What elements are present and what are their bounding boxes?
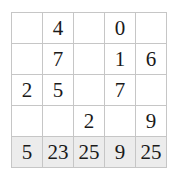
empty-fill-cell[interactable] — [43, 106, 74, 137]
column-total-cell: 25 — [136, 137, 167, 168]
given-number-cell: 0 — [105, 13, 136, 44]
column-total-cell: 9 — [105, 137, 136, 168]
given-number-cell: 5 — [43, 75, 74, 106]
column-total-cell: 25 — [74, 137, 105, 168]
column-total-cell: 5 — [12, 137, 43, 168]
given-number-cell: 7 — [43, 44, 74, 75]
given-number-cell: 2 — [12, 75, 43, 106]
empty-fill-cell[interactable] — [74, 44, 105, 75]
empty-fill-cell[interactable] — [74, 75, 105, 106]
column-total-cell: 23 — [43, 137, 74, 168]
puzzle-board-container: 407162572952325925 — [11, 12, 167, 168]
empty-fill-cell[interactable] — [105, 106, 136, 137]
given-number-cell: 1 — [105, 44, 136, 75]
given-number-cell: 2 — [74, 106, 105, 137]
given-number-cell: 7 — [105, 75, 136, 106]
empty-fill-cell[interactable] — [136, 13, 167, 44]
empty-fill-cell[interactable] — [12, 44, 43, 75]
puzzle-grid: 407162572952325925 — [11, 12, 167, 168]
empty-fill-cell[interactable] — [12, 106, 43, 137]
given-number-cell: 6 — [136, 44, 167, 75]
given-number-cell: 4 — [43, 13, 74, 44]
empty-fill-cell[interactable] — [12, 13, 43, 44]
empty-fill-cell[interactable] — [136, 75, 167, 106]
empty-fill-cell[interactable] — [74, 13, 105, 44]
given-number-cell: 9 — [136, 106, 167, 137]
